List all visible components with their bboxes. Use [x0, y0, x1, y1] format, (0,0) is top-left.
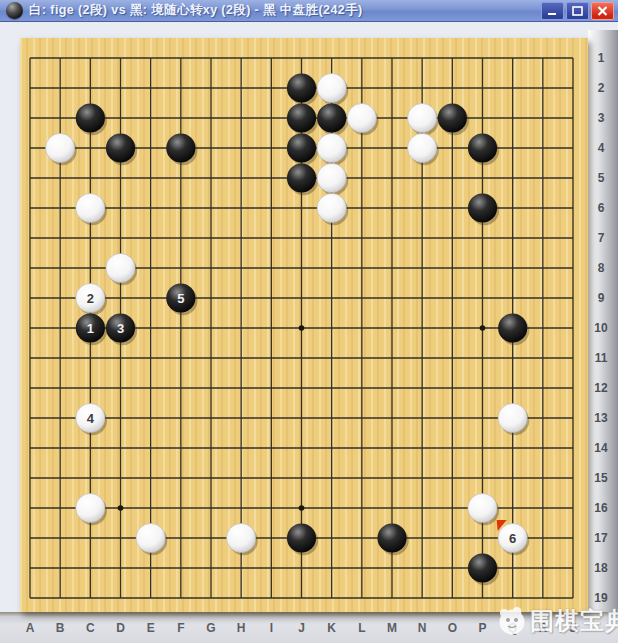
column-label-C: C: [80, 621, 100, 635]
column-label-N: N: [412, 621, 432, 635]
stone-black: [287, 133, 318, 165]
move-number: 4: [87, 411, 95, 426]
stone-white: [317, 193, 348, 225]
stone-black: [468, 133, 499, 165]
column-label-O: O: [442, 621, 462, 635]
close-button[interactable]: [591, 2, 614, 20]
stone-black: [287, 523, 318, 555]
row-label-11: 11: [588, 351, 614, 365]
column-label-D: D: [111, 621, 131, 635]
row-label-5: 5: [588, 171, 614, 185]
minimize-button[interactable]: [541, 2, 564, 20]
stone-black: [438, 103, 469, 135]
stone-black: [377, 523, 408, 555]
column-label-M: M: [382, 621, 402, 635]
row-label-16: 16: [588, 501, 614, 515]
stone-black: [287, 73, 318, 105]
stone-white: [408, 103, 439, 135]
app-window: 白: fige (2段) vs 黑: 境随心转xy (2段) - 黑 中盘胜(2…: [0, 0, 618, 643]
move-number: 2: [87, 291, 94, 306]
column-labels-strip: ABCDEFGHIJKLMNOPQRS: [0, 612, 618, 643]
column-label-P: P: [473, 621, 493, 635]
row-label-18: 18: [588, 561, 614, 575]
row-label-12: 12: [588, 381, 614, 395]
row-label-9: 9: [588, 291, 614, 305]
row-labels-strip: 12345678910111213141516171819: [588, 30, 618, 612]
row-label-10: 10: [588, 321, 614, 335]
stone-white: [408, 133, 439, 165]
stone-black: [106, 133, 137, 165]
stone-black: [287, 103, 318, 135]
row-label-17: 17: [588, 531, 614, 545]
column-label-E: E: [141, 621, 161, 635]
stone-white: [468, 493, 499, 525]
close-icon: [597, 6, 608, 16]
move-number: 6: [509, 531, 516, 546]
go-board[interactable]: 251346: [20, 38, 588, 612]
row-label-8: 8: [588, 261, 614, 275]
row-label-13: 13: [588, 411, 614, 425]
stone-white: [227, 523, 258, 555]
stone-black: [468, 553, 499, 585]
star-point: [299, 325, 305, 331]
stone-black: [166, 133, 197, 165]
column-label-R: R: [533, 621, 553, 635]
row-label-2: 2: [588, 81, 614, 95]
row-label-6: 6: [588, 201, 614, 215]
column-label-L: L: [352, 621, 372, 635]
row-label-4: 4: [588, 141, 614, 155]
window-title: 白: fige (2段) vs 黑: 境随心转xy (2段) - 黑 中盘胜(2…: [29, 2, 541, 19]
column-label-G: G: [201, 621, 221, 635]
column-label-Q: Q: [503, 621, 523, 635]
stone-black: 5: [166, 283, 197, 315]
stone-black: [317, 103, 348, 135]
stone-black: 3: [106, 313, 137, 345]
column-label-I: I: [261, 621, 281, 635]
column-label-H: H: [231, 621, 251, 635]
stone-white: 2: [76, 283, 107, 315]
row-label-19: 19: [588, 591, 614, 605]
stone-white: 4: [76, 403, 107, 435]
column-label-J: J: [292, 621, 312, 635]
stone-white: [46, 133, 77, 165]
stone-black: [498, 313, 529, 345]
stone-white: [498, 403, 529, 435]
row-label-15: 15: [588, 471, 614, 485]
stone-white: [106, 253, 137, 285]
stone-black: [468, 193, 499, 225]
column-label-A: A: [20, 621, 40, 635]
stone-white: [317, 73, 348, 105]
stone-black: [76, 103, 107, 135]
stone-black: 1: [76, 313, 107, 345]
stone-white: [317, 133, 348, 165]
titlebar: 白: fige (2段) vs 黑: 境随心转xy (2段) - 黑 中盘胜(2…: [0, 0, 618, 22]
stone-white: [76, 193, 107, 225]
minimize-icon: [547, 6, 558, 16]
stone-white: [317, 163, 348, 195]
row-label-14: 14: [588, 441, 614, 455]
move-number: 3: [117, 321, 124, 336]
star-point: [118, 505, 124, 511]
stone-white: [76, 493, 107, 525]
column-label-K: K: [322, 621, 342, 635]
maximize-button[interactable]: [566, 2, 589, 20]
stone-black: [287, 163, 318, 195]
column-label-F: F: [171, 621, 191, 635]
go-stone-app-icon: [6, 2, 23, 19]
star-point: [299, 505, 305, 511]
column-label-B: B: [50, 621, 70, 635]
row-label-1: 1: [588, 51, 614, 65]
stone-white: [136, 523, 167, 555]
row-label-7: 7: [588, 231, 614, 245]
stone-white: [347, 103, 378, 135]
column-label-S: S: [563, 621, 583, 635]
row-label-3: 3: [588, 111, 614, 125]
star-point: [480, 325, 486, 331]
stone-white: 6: [498, 523, 529, 555]
move-number: 1: [87, 321, 94, 336]
move-number: 5: [177, 291, 184, 306]
maximize-icon: [572, 6, 583, 16]
